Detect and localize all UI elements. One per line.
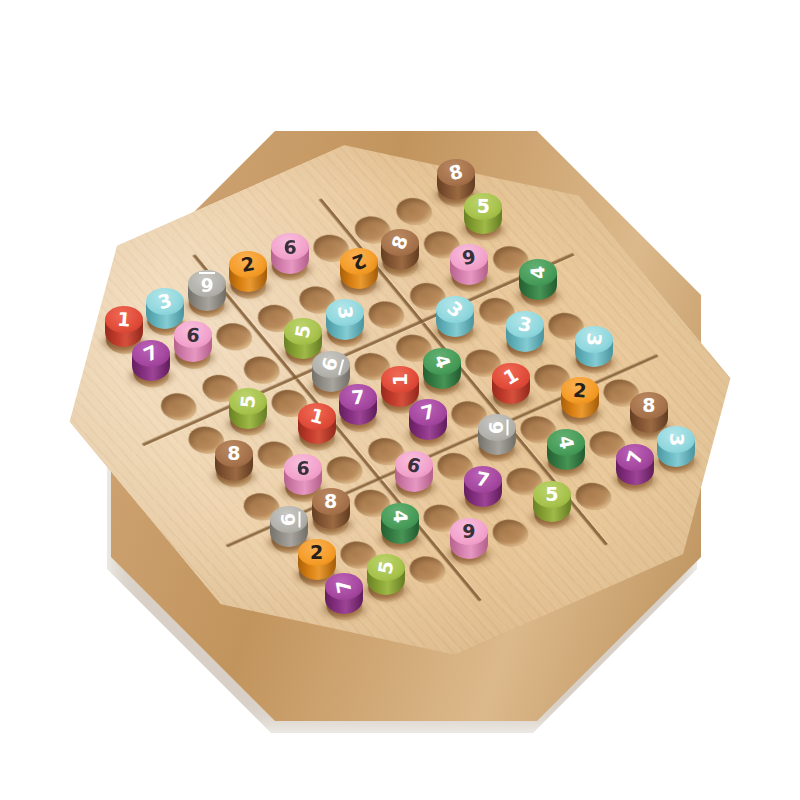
hole-r1c9 (431, 175, 480, 212)
hole-r4c9 (514, 275, 563, 312)
product-photo-stage: 1362987928553956348171439713689622474875… (0, 0, 800, 800)
hole-r6c9 (569, 341, 618, 378)
hole-r2c9 (459, 208, 508, 245)
hole-r9c9 (652, 441, 701, 478)
hole-r8c9 (624, 408, 673, 445)
hole-r5c9 (542, 308, 591, 345)
hole-r3c9 (486, 242, 535, 279)
hole-r7c9 (597, 375, 646, 412)
